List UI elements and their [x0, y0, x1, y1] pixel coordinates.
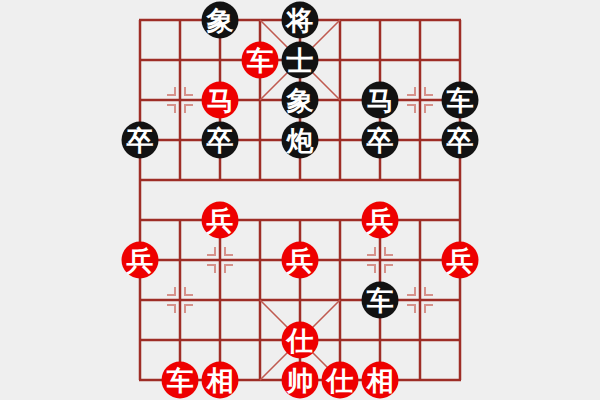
piece-black-pawn[interactable]: 卒	[202, 122, 239, 159]
piece-black-elephant[interactable]: 象	[282, 82, 319, 119]
xiangqi-app-window: 象将车士马象马车卒卒炮卒卒兵兵兵兵兵车仕车相帅仕相	[0, 0, 600, 400]
pieces-layer: 象将车士马象马车卒卒炮卒卒兵兵兵兵兵车仕车相帅仕相	[0, 0, 600, 400]
piece-black-general[interactable]: 将	[282, 2, 319, 39]
piece-black-pawn[interactable]: 卒	[442, 122, 479, 159]
piece-red-general[interactable]: 帅	[282, 362, 319, 399]
piece-red-advisor[interactable]: 仕	[322, 362, 359, 399]
piece-black-pawn[interactable]: 卒	[362, 122, 399, 159]
piece-red-pawn[interactable]: 兵	[122, 242, 159, 279]
piece-black-horse[interactable]: 马	[362, 82, 399, 119]
piece-black-elephant[interactable]: 象	[202, 2, 239, 39]
piece-red-advisor[interactable]: 仕	[282, 322, 319, 359]
piece-red-pawn[interactable]: 兵	[442, 242, 479, 279]
piece-red-chariot[interactable]: 车	[242, 42, 279, 79]
piece-black-advisor[interactable]: 士	[282, 42, 319, 79]
piece-red-elephant[interactable]: 相	[202, 362, 239, 399]
piece-black-pawn[interactable]: 卒	[122, 122, 159, 159]
piece-black-chariot[interactable]: 车	[362, 282, 399, 319]
piece-red-pawn[interactable]: 兵	[202, 202, 239, 239]
piece-black-chariot[interactable]: 车	[442, 82, 479, 119]
piece-red-pawn[interactable]: 兵	[362, 202, 399, 239]
piece-black-cannon[interactable]: 炮	[282, 122, 319, 159]
piece-red-horse[interactable]: 马	[202, 82, 239, 119]
piece-red-chariot[interactable]: 车	[162, 362, 199, 399]
piece-red-pawn[interactable]: 兵	[282, 242, 319, 279]
piece-red-elephant[interactable]: 相	[362, 362, 399, 399]
